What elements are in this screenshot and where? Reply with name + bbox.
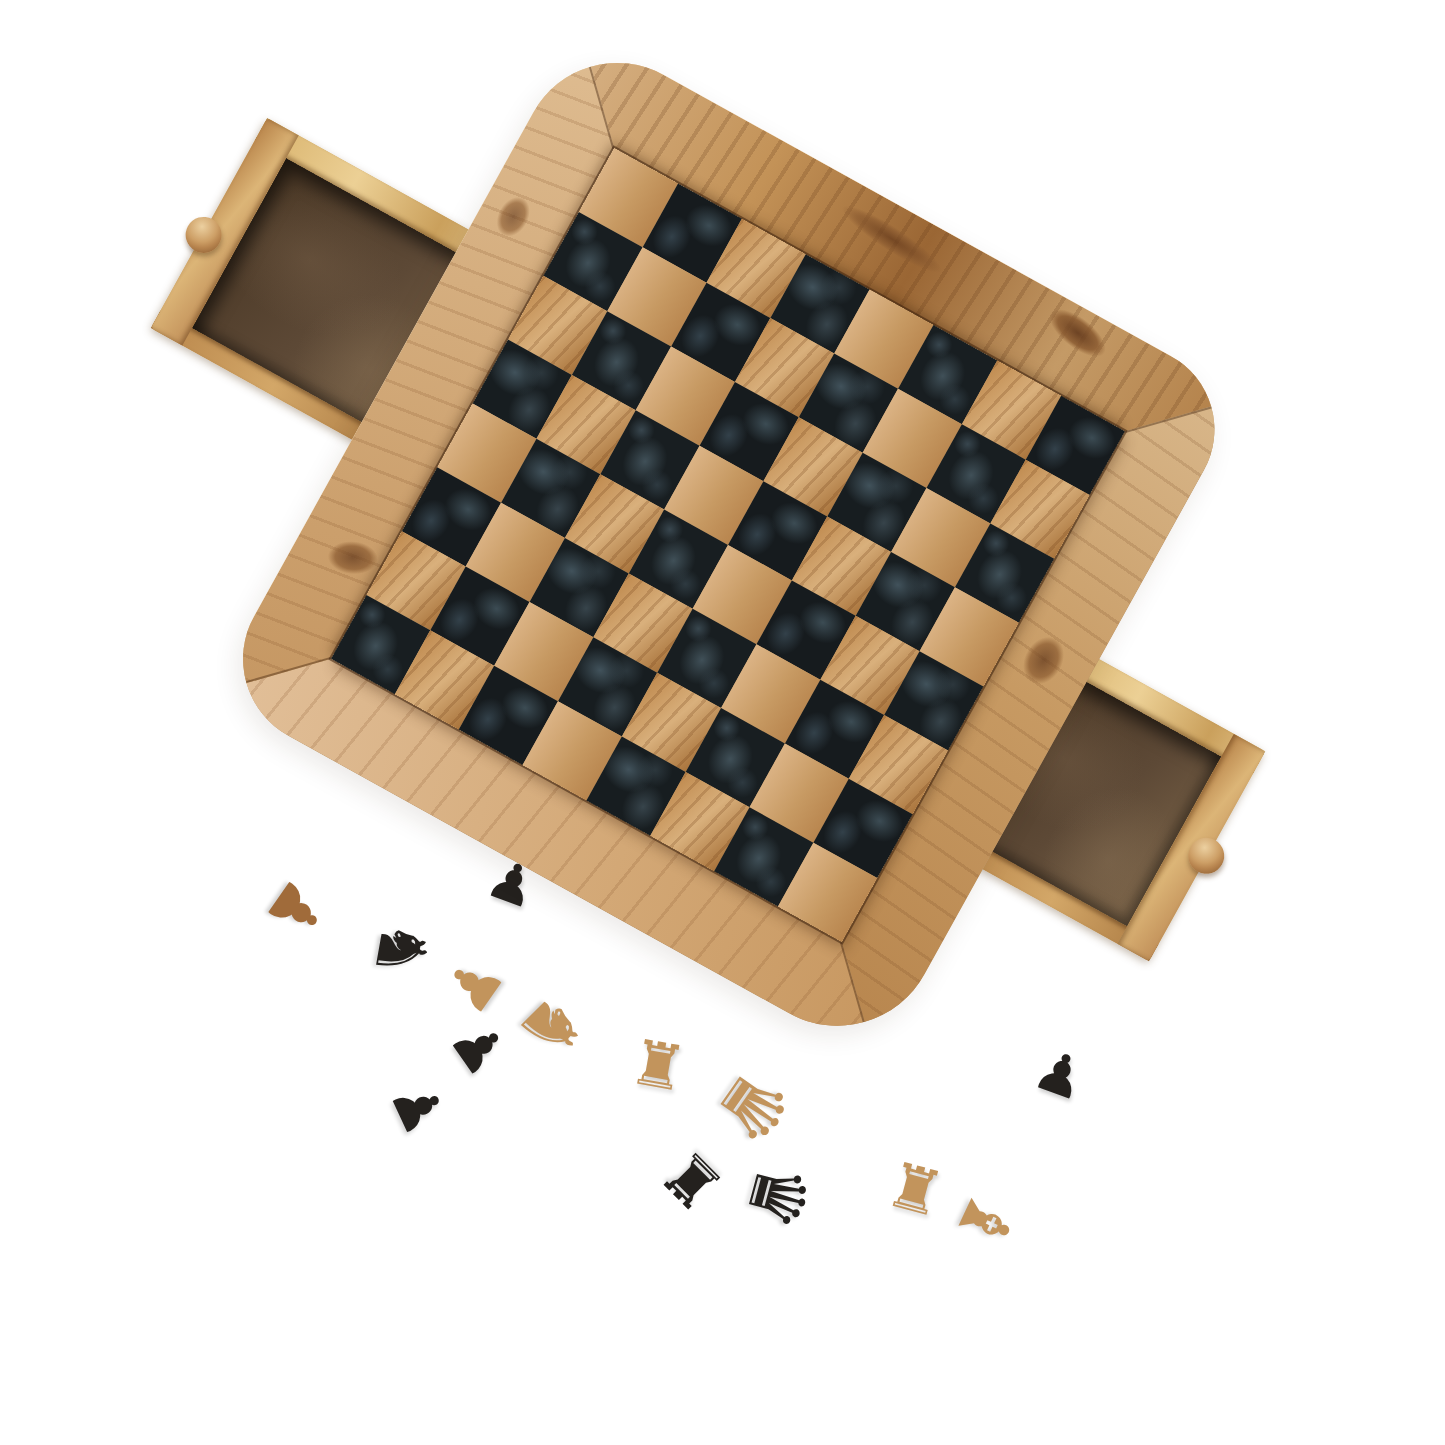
piece-light-pawn: ♟ — [434, 946, 514, 1024]
piece-light-knight: ♞ — [505, 981, 599, 1075]
piece-black-pawn: ♟ — [440, 1010, 517, 1086]
scene: ♟ — [0, 0, 1445, 1445]
piece-black-rook: ♜ — [651, 1138, 734, 1221]
piece-black-knight: ♞ — [363, 915, 438, 985]
piece-tan-pawn: ♟ — [255, 868, 338, 949]
piece-black-pawn: ♟ — [1027, 1040, 1093, 1110]
piece-black-pawn: ♟ — [381, 1072, 456, 1144]
piece-light-rook: ♜ — [880, 1153, 950, 1227]
piece-light-bishop: ♝ — [943, 1180, 1028, 1262]
piece-black-queen: ♛ — [734, 1154, 823, 1237]
chess-table — [211, 28, 1244, 1061]
piece-light-queen: ♛ — [699, 1054, 806, 1159]
piece-light-rook: ♜ — [625, 1031, 691, 1102]
